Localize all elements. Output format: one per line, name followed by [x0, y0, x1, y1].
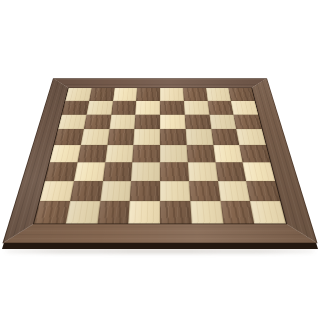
square-a1	[34, 201, 70, 223]
square-h7	[231, 101, 258, 115]
square-d1	[129, 201, 160, 223]
square-f7	[184, 101, 209, 115]
square-d5	[134, 129, 160, 145]
square-c7	[111, 101, 136, 115]
square-b8	[89, 88, 114, 101]
square-c8	[113, 88, 137, 101]
square-a3	[45, 162, 77, 181]
square-e2	[160, 181, 190, 201]
square-e3	[160, 162, 189, 181]
board-front-edge	[2, 243, 318, 249]
square-c4	[105, 145, 134, 162]
square-b1	[66, 201, 100, 223]
square-a7	[62, 101, 89, 115]
square-g6	[209, 114, 236, 129]
product-photo	[0, 0, 320, 320]
square-h1	[250, 201, 286, 223]
board-shadow	[5, 249, 315, 253]
square-e5	[160, 129, 186, 145]
board-squares-grid	[33, 88, 287, 225]
square-a4	[50, 145, 81, 162]
square-d4	[132, 145, 160, 162]
square-g4	[213, 145, 243, 162]
square-d8	[136, 88, 160, 101]
square-d6	[135, 114, 160, 129]
square-f4	[186, 145, 215, 162]
square-h2	[246, 181, 280, 201]
square-f3	[188, 162, 218, 181]
square-h3	[243, 162, 275, 181]
square-c5	[107, 129, 134, 145]
square-c2	[100, 181, 131, 201]
square-g1	[220, 201, 254, 223]
square-b2	[70, 181, 103, 201]
square-e4	[160, 145, 188, 162]
square-c1	[97, 201, 130, 223]
square-e6	[160, 114, 185, 129]
square-a5	[54, 129, 84, 145]
square-e7	[160, 101, 185, 115]
square-f5	[185, 129, 212, 145]
square-h4	[239, 145, 270, 162]
chessboard	[2, 78, 317, 243]
square-c6	[109, 114, 135, 129]
square-d2	[130, 181, 160, 201]
square-f2	[189, 181, 220, 201]
square-f8	[183, 88, 207, 101]
square-d3	[131, 162, 160, 181]
square-h5	[236, 129, 266, 145]
square-g5	[211, 129, 239, 145]
square-e8	[160, 88, 184, 101]
square-b4	[77, 145, 107, 162]
square-b5	[81, 129, 109, 145]
square-b3	[74, 162, 105, 181]
square-g8	[206, 88, 231, 101]
square-f1	[190, 201, 223, 223]
square-b6	[84, 114, 111, 129]
square-h6	[234, 114, 262, 129]
square-e1	[160, 201, 191, 223]
square-b7	[86, 101, 112, 115]
square-a8	[65, 88, 91, 101]
square-h8	[229, 88, 255, 101]
square-g7	[207, 101, 233, 115]
square-a6	[58, 114, 86, 129]
square-g2	[218, 181, 251, 201]
square-a2	[40, 181, 74, 201]
square-f6	[185, 114, 211, 129]
square-c3	[102, 162, 132, 181]
square-d7	[135, 101, 160, 115]
square-g3	[215, 162, 246, 181]
